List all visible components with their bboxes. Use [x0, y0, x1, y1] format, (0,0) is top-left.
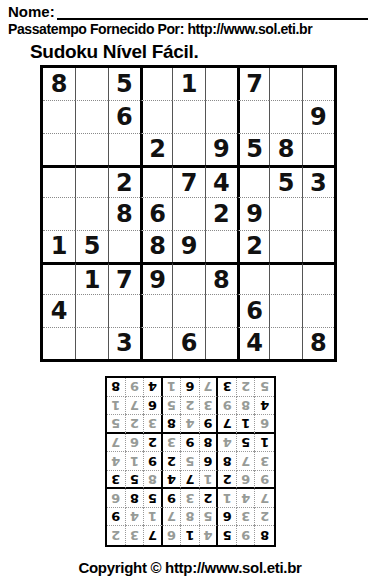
solution-cell-r1c3: 5 — [218, 526, 237, 545]
name-label: Nome: — [8, 3, 55, 20]
puzzle-cell-r6c2: 5 — [75, 230, 107, 262]
solution-cell-r8c1: 4 — [255, 397, 274, 416]
solution-cell-r1c5: 1 — [181, 526, 200, 545]
puzzle-cell-r9c8[interactable] — [269, 327, 301, 359]
solution-cell-r5c3: 8 — [218, 452, 237, 471]
solution-cell-r5c6: 2 — [163, 452, 182, 471]
solution-cell-r5c9: 4 — [107, 452, 126, 471]
puzzle-cell-r7c1[interactable] — [43, 262, 75, 294]
puzzle-cell-r2c8[interactable] — [269, 100, 301, 132]
solution-cell-r7c4: 9 — [200, 415, 219, 434]
puzzle-cell-r6c7: 2 — [237, 230, 269, 262]
puzzle-cell-r8c5[interactable] — [172, 294, 204, 326]
solution-cell-r8c5: 2 — [181, 397, 200, 416]
solution-cell-r2c2: 3 — [237, 508, 256, 527]
puzzle-cell-r2c9: 9 — [302, 100, 334, 132]
puzzle-cell-r1c9[interactable] — [302, 68, 334, 100]
puzzle-cell-r4c5: 7 — [172, 165, 204, 197]
puzzle-cell-r4c8: 5 — [269, 165, 301, 197]
puzzle-cell-r1c3: 5 — [108, 68, 140, 100]
puzzle-cell-r9c9: 8 — [302, 327, 334, 359]
solution-cell-r7c1: 6 — [255, 415, 274, 434]
solution-cell-r5c7: 9 — [144, 452, 163, 471]
solution-cell-r8c8: 7 — [126, 397, 145, 416]
solution-cell-r8c9: 1 — [107, 397, 126, 416]
puzzle-cell-r7c9[interactable] — [302, 262, 334, 294]
solution-cell-r6c9: 7 — [107, 434, 126, 453]
puzzle-cell-r5c3: 8 — [108, 197, 140, 229]
puzzle-cell-r7c6: 8 — [205, 262, 237, 294]
puzzle-cell-r4c1[interactable] — [43, 165, 75, 197]
puzzle-cell-r2c6[interactable] — [205, 100, 237, 132]
puzzle-cell-r3c5[interactable] — [172, 133, 204, 165]
puzzle-cell-r1c2[interactable] — [75, 68, 107, 100]
puzzle-cell-r2c1[interactable] — [43, 100, 75, 132]
solution-cell-r8c4: 3 — [200, 397, 219, 416]
solution-cell-r4c4: 1 — [200, 471, 219, 490]
puzzle-cell-r6c5: 9 — [172, 230, 204, 262]
solution-cell-r6c3: 4 — [218, 434, 237, 453]
puzzle-cell-r2c7[interactable] — [237, 100, 269, 132]
solution-cell-r1c6: 6 — [163, 526, 182, 545]
solution-cell-r9c6: 1 — [163, 378, 182, 397]
solution-cell-r4c6: 4 — [163, 471, 182, 490]
solution-cell-r3c9: 6 — [107, 489, 126, 508]
solution-cell-r6c6: 3 — [163, 434, 182, 453]
solution-cell-r1c1: 8 — [255, 526, 274, 545]
puzzle-cell-r4c6: 4 — [205, 165, 237, 197]
solution-cell-r2c5: 8 — [181, 508, 200, 527]
solution-cell-r4c3: 2 — [218, 471, 237, 490]
puzzle-cell-r1c5: 1 — [172, 68, 204, 100]
puzzle-cell-r1c1: 8 — [43, 68, 75, 100]
puzzle-cell-r8c6[interactable] — [205, 294, 237, 326]
name-row: Nome: — [8, 2, 368, 20]
puzzle-cell-r2c4[interactable] — [140, 100, 172, 132]
puzzle-cell-r3c6: 9 — [205, 133, 237, 165]
puzzle-cell-r9c6[interactable] — [205, 327, 237, 359]
puzzle-cell-r3c1[interactable] — [43, 133, 75, 165]
puzzle-cell-r9c2[interactable] — [75, 327, 107, 359]
puzzle-cell-r5c7: 9 — [237, 197, 269, 229]
solution-cell-r6c8: 6 — [126, 434, 145, 453]
solution-cell-r9c1: 5 — [255, 378, 274, 397]
solution-cell-r7c8: 2 — [126, 415, 145, 434]
puzzle-cell-r2c5[interactable] — [172, 100, 204, 132]
puzzle-cell-r6c8[interactable] — [269, 230, 301, 262]
copyright-text: Copyright © http://www.sol.eti.br — [0, 559, 380, 576]
puzzle-cell-r8c9[interactable] — [302, 294, 334, 326]
solution-cell-r4c7: 8 — [144, 471, 163, 490]
puzzle-cell-r9c7: 4 — [237, 327, 269, 359]
solution-cell-r5c5: 5 — [181, 452, 200, 471]
puzzle-cell-r5c6: 2 — [205, 197, 237, 229]
solution-cell-r2c6: 7 — [163, 508, 182, 527]
solution-cell-r2c7: 1 — [144, 508, 163, 527]
puzzle-cell-r7c8[interactable] — [269, 262, 301, 294]
puzzle-cell-r8c4[interactable] — [140, 294, 172, 326]
solution-cell-r6c2: 5 — [237, 434, 256, 453]
solution-cell-r2c4: 5 — [200, 508, 219, 527]
solution-cell-r7c2: 1 — [237, 415, 256, 434]
puzzle-cell-r5c2[interactable] — [75, 197, 107, 229]
puzzle-cell-r7c7[interactable] — [237, 262, 269, 294]
solution-cell-r8c3: 9 — [218, 397, 237, 416]
puzzle-cell-r2c3: 6 — [108, 100, 140, 132]
puzzle-cell-r5c1[interactable] — [43, 197, 75, 229]
solution-cell-r2c9: 9 — [107, 508, 126, 527]
solution-cell-r9c8: 9 — [126, 378, 145, 397]
solution-cell-r4c1: 9 — [255, 471, 274, 490]
solution-cell-r4c8: 5 — [126, 471, 145, 490]
puzzle-cell-r2c2[interactable] — [75, 100, 107, 132]
puzzle-cell-r5c8[interactable] — [269, 197, 301, 229]
solution-cell-r7c6: 8 — [163, 415, 182, 434]
puzzle-cell-r8c1: 4 — [43, 294, 75, 326]
solution-cell-r3c3: 1 — [218, 489, 237, 508]
puzzle-cell-r1c4[interactable] — [140, 68, 172, 100]
solution-cell-r3c1: 7 — [255, 489, 274, 508]
solution-cell-r6c1: 1 — [255, 434, 274, 453]
name-fill-line — [57, 2, 368, 20]
puzzle-cell-r3c8: 8 — [269, 133, 301, 165]
provider-text: Passatempo Fornecido Por: http://www.sol… — [8, 21, 312, 37]
puzzle-cell-r8c7: 6 — [237, 294, 269, 326]
solution-cell-r1c4: 4 — [200, 526, 219, 545]
solution-cell-r5c8: 1 — [126, 452, 145, 471]
puzzle-cell-r3c7: 5 — [237, 133, 269, 165]
puzzle-cell-r9c3: 3 — [108, 327, 140, 359]
puzzle-cell-r4c7[interactable] — [237, 165, 269, 197]
puzzle-cell-r4c4[interactable] — [140, 165, 172, 197]
puzzle-cell-r1c7: 7 — [237, 68, 269, 100]
puzzle-cell-r6c3[interactable] — [108, 230, 140, 262]
solution-cell-r8c7: 6 — [144, 397, 163, 416]
solution-cell-r1c9: 2 — [107, 526, 126, 545]
solution-cell-r2c1: 2 — [255, 508, 274, 527]
solution-cell-r7c9: 5 — [107, 415, 126, 434]
puzzle-cell-r5c4: 6 — [140, 197, 172, 229]
puzzle-cell-r8c3[interactable] — [108, 294, 140, 326]
solution-cell-r5c4: 6 — [200, 452, 219, 471]
puzzle-cell-r5c5[interactable] — [172, 197, 204, 229]
puzzle-cell-r7c2: 1 — [75, 262, 107, 294]
puzzle-cell-r4c2[interactable] — [75, 165, 107, 197]
puzzle-cell-r5c9[interactable] — [302, 197, 334, 229]
sudoku-grid: 8517692958274538629158921798463648 — [40, 65, 337, 362]
solution-cell-r9c4: 7 — [200, 378, 219, 397]
solution-cell-r9c7: 4 — [144, 378, 163, 397]
puzzle-cell-r8c8[interactable] — [269, 294, 301, 326]
solution-cell-r2c8: 4 — [126, 508, 145, 527]
puzzle-cell-r9c4[interactable] — [140, 327, 172, 359]
solution-cell-r4c9: 3 — [107, 471, 126, 490]
puzzle-cell-r4c9: 3 — [302, 165, 334, 197]
puzzle-cell-r8c2[interactable] — [75, 294, 107, 326]
solution-cell-r5c2: 7 — [237, 452, 256, 471]
puzzle-cell-r3c3[interactable] — [108, 133, 140, 165]
solution-cell-r8c6: 5 — [163, 397, 182, 416]
solution-cell-r3c7: 5 — [144, 489, 163, 508]
puzzle-cell-r6c9[interactable] — [302, 230, 334, 262]
solution-cell-r9c5: 6 — [181, 378, 200, 397]
solution-cell-r9c9: 8 — [107, 378, 126, 397]
solution-cell-r7c5: 4 — [181, 415, 200, 434]
solution-cell-r5c1: 3 — [255, 452, 274, 471]
solution-cell-r3c4: 2 — [200, 489, 219, 508]
solution-cell-r9c2: 2 — [237, 378, 256, 397]
solution-cell-r1c8: 3 — [126, 526, 145, 545]
puzzle-cell-r7c3: 7 — [108, 262, 140, 294]
puzzle-cell-r3c9[interactable] — [302, 133, 334, 165]
solution-cell-r2c3: 6 — [218, 508, 237, 527]
solution-cell-r4c5: 7 — [181, 471, 200, 490]
sudoku-worksheet-page: { "game": "sudoku", "header": { "nome_la… — [0, 0, 380, 585]
solution-cell-r3c5: 3 — [181, 489, 200, 508]
solution-cell-r3c8: 8 — [126, 489, 145, 508]
solution-cell-r6c5: 9 — [181, 434, 200, 453]
puzzle-cell-r7c4: 9 — [140, 262, 172, 294]
solution-cell-r4c2: 6 — [237, 471, 256, 490]
puzzle-cell-r7c5[interactable] — [172, 262, 204, 294]
puzzle-cell-r1c8[interactable] — [269, 68, 301, 100]
puzzle-cell-r4c3: 2 — [108, 165, 140, 197]
solution-cell-r3c6: 9 — [163, 489, 182, 508]
puzzle-cell-r6c1: 1 — [43, 230, 75, 262]
solution-cell-r9c3: 3 — [218, 378, 237, 397]
puzzle-cell-r3c4: 2 — [140, 133, 172, 165]
sudoku-solution-grid-upside-down: 8954167322365871497412395869621748533786… — [105, 376, 276, 547]
puzzle-cell-r6c4: 8 — [140, 230, 172, 262]
puzzle-cell-r9c1[interactable] — [43, 327, 75, 359]
solution-cell-r7c3: 7 — [218, 415, 237, 434]
solution-cell-r1c7: 7 — [144, 526, 163, 545]
puzzle-cell-r6c6[interactable] — [205, 230, 237, 262]
puzzle-cell-r9c5: 6 — [172, 327, 204, 359]
solution-cell-r7c7: 3 — [144, 415, 163, 434]
solution-cell-r6c7: 2 — [144, 434, 163, 453]
solution-cell-r3c2: 4 — [237, 489, 256, 508]
solution-cell-r8c2: 8 — [237, 397, 256, 416]
solution-cell-r6c4: 8 — [200, 434, 219, 453]
puzzle-cell-r1c6[interactable] — [205, 68, 237, 100]
puzzle-cell-r3c2[interactable] — [75, 133, 107, 165]
solution-cell-r1c2: 9 — [237, 526, 256, 545]
puzzle-title: Sudoku Nível Fácil. — [30, 41, 199, 63]
